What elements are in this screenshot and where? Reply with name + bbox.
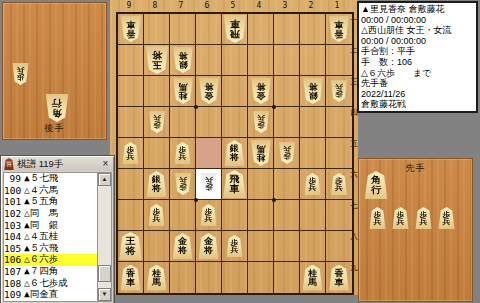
board-cell-3-8[interactable] [274,231,300,262]
info-line: 倉敷藤花戦 [361,99,474,110]
board-cell-3-4[interactable] [274,107,300,138]
board-cell-9-5[interactable]: 歩兵 [118,138,144,169]
info-line: 2022/11/26 [361,89,474,100]
board-cell-6-7[interactable]: 歩兵 [196,200,222,231]
move-number: 108 [4,278,21,289]
piece-kanji: 車 [335,20,344,29]
scroll-down-icon[interactable]: ▼ [98,288,111,301]
sente-pawn-piece[interactable]: 歩兵 [304,173,321,195]
board-cell-6-8[interactable]: 金将 [196,231,222,262]
board-cell-5-7[interactable] [222,200,248,231]
board-cell-8-9[interactable]: 桂馬 [144,262,170,293]
board-cell-9-1[interactable]: 香車 [118,14,144,45]
hand-pawn-piece[interactable]: 歩兵 [438,207,455,229]
board-cell-4-3[interactable]: 金将 [248,76,274,107]
sente-pawn-piece[interactable]: 歩兵 [226,235,243,257]
sente-knight-piece[interactable]: 桂馬 [302,265,323,291]
gote-gold-piece[interactable]: 金将 [198,78,219,104]
move-list-scrollbar[interactable]: ▲ ▼ [97,172,112,302]
board-cell-8-6[interactable]: 銀将 [144,169,170,200]
board-cell-2-3[interactable]: 銀将 [300,76,326,107]
file-label: 4 [246,0,272,11]
board-cell-1-5[interactable] [326,138,352,169]
board-cell-1-1[interactable]: 香車 [326,14,352,45]
gote-pawn-piece[interactable]: 歩兵 [200,173,217,195]
board-cell-9-9[interactable]: 香車 [118,262,144,293]
hand-pawn-piece[interactable]: 歩兵 [369,207,386,229]
file-coordinate-labels: 987654321 [116,0,350,11]
piece-kanji: 桂 [308,269,317,278]
file-label: 9 [116,0,142,11]
board-grid: 香車飛車香車玉将銀将桂馬金将金将銀将歩兵歩兵歩兵歩兵歩兵銀将桂馬歩兵銀将歩兵歩兵… [116,12,354,295]
board-star-point [272,198,276,202]
piece-kanji: 兵 [397,218,405,225]
board-cell-1-2[interactable] [326,45,352,76]
move-number: 101 [4,196,21,207]
file-label: 3 [272,0,298,11]
shogi-piece-icon: 将 [4,158,14,170]
piece-kanji: 将 [152,50,162,60]
gote-rook-piece[interactable]: 飛車 [223,15,247,43]
board-cell-2-2[interactable] [300,45,326,76]
board-star-point [194,198,198,202]
board-cell-5-9[interactable] [222,262,248,293]
sente-king-piece[interactable]: 王将 [119,232,143,260]
sente-lance-piece[interactable]: 香車 [120,265,141,291]
close-icon[interactable]: × [100,159,111,170]
piece-kanji: 歩 [17,74,25,81]
piece-kanji: 行 [52,98,62,108]
piece-kanji: 兵 [231,246,239,253]
piece-kanji: 金 [256,91,265,100]
hand-bishop-piece[interactable]: 角行 [364,171,388,199]
app-window: 後手 歩兵角行 987654321 一二三四五六七八九 香車飛車香車玉将銀将桂馬… [0,0,480,303]
move-row[interactable]: 103▲同 銀 [4,219,98,231]
move-row[interactable]: 108△６七歩成 [4,277,98,289]
piece-kanji: 香 [335,269,344,278]
board-cell-6-6[interactable]: 歩兵 [196,169,222,200]
piece-kanji: 桂 [152,269,161,278]
board-cell-1-3[interactable]: 歩兵 [326,76,352,107]
board-cell-2-4[interactable] [300,107,326,138]
file-label: 2 [298,0,324,11]
move-text: ▲同金直 [24,288,58,301]
piece-kanji: 香 [126,29,135,38]
board-cell-6-4[interactable] [196,107,222,138]
scrollbar-thumb[interactable] [98,265,111,282]
move-row[interactable]: 104△４五桂 [4,231,98,243]
gote-pawn-piece[interactable]: 歩兵 [331,80,348,102]
piece-kanji: 車 [126,278,135,287]
gote-pawn-piece[interactable]: 歩兵 [252,111,269,133]
board-cell-3-7[interactable] [274,200,300,231]
piece-kanji: 馬 [152,278,161,287]
info-line: ▲里見香奈 倉敷藤花 [361,4,474,15]
sente-silver-piece[interactable]: 銀将 [146,171,167,197]
board-cell-4-8[interactable] [248,231,274,262]
piece-kanji: 銀 [178,60,187,69]
board-cell-9-2[interactable] [118,45,144,76]
game-info-panel: ▲里見香奈 倉敷藤花00:00 / 00:00:00△西山朋佳 女王・女流00:… [357,1,478,113]
board-cell-5-4[interactable] [222,107,248,138]
sente-gold-piece[interactable]: 金将 [198,233,219,259]
piece-kanji: 将 [126,246,136,256]
move-row[interactable]: 99▲５七飛 [4,173,98,185]
board-cell-9-8[interactable]: 王将 [118,231,144,262]
move-number: 109 [4,289,21,300]
board-cell-9-3[interactable] [118,76,144,107]
board-cell-4-2[interactable] [248,45,274,76]
board-cell-4-6[interactable] [248,169,274,200]
board-cell-9-6[interactable] [118,169,144,200]
move-row[interactable]: 100△４六馬 [4,185,98,197]
board-cell-2-8[interactable] [300,231,326,262]
board-cell-7-8[interactable]: 金将 [170,231,196,262]
board-cell-2-7[interactable] [300,200,326,231]
piece-kanji: 馬 [308,278,317,287]
hand-bishop-piece[interactable]: 角行 [45,94,69,122]
board-cell-1-7[interactable] [326,200,352,231]
move-number: 102 [4,208,21,219]
board-cell-8-5[interactable] [144,138,170,169]
move-number: 103 [4,220,21,231]
sente-lance-piece[interactable]: 香車 [329,265,350,291]
hand-pawn-piece[interactable]: 歩兵 [392,207,409,229]
move-row[interactable]: 109▲同金直 [4,289,98,301]
file-label: 8 [142,0,168,11]
gote-silver-piece[interactable]: 銀将 [302,78,323,104]
sente-pawn-piece[interactable]: 歩兵 [122,142,139,164]
board-cell-7-6[interactable]: 歩兵 [170,169,196,200]
sente-gold-piece[interactable]: 金将 [172,233,193,259]
sente-pawn-piece[interactable]: 歩兵 [331,173,348,195]
piece-kanji: 馬 [178,82,187,91]
sente-pawn-piece[interactable]: 歩兵 [200,204,217,226]
piece-kanji: 兵 [257,115,265,122]
piece-kanji: 兵 [17,67,25,74]
board-cell-5-1[interactable]: 飛車 [222,14,248,45]
board-cell-3-1[interactable] [274,14,300,45]
piece-kanji: 銀 [308,91,317,100]
piece-kanji: 兵 [283,146,291,153]
board-cell-2-5[interactable] [300,138,326,169]
board-cell-6-2[interactable] [196,45,222,76]
piece-kanji: 将 [308,82,317,91]
piece-kanji: 将 [204,82,213,91]
shogi-board: 987654321 一二三四五六七八九 香車飛車香車玉将銀将桂馬金将金将銀将歩兵… [110,0,358,295]
piece-kanji: 玉 [152,60,162,70]
piece-kanji: 兵 [309,184,317,191]
board-cell-6-5[interactable] [196,138,222,169]
board-cell-4-9[interactable] [248,262,274,293]
piece-kanji: 兵 [153,215,161,222]
piece-kanji: 兵 [335,184,343,191]
piece-kanji: 香 [335,29,344,38]
piece-kanji: 桂 [256,153,265,162]
info-line: 手合割：平手 [361,46,474,57]
move-number: 99 [4,173,21,184]
file-label: 6 [194,0,220,11]
move-row[interactable]: 101▲５五角 [4,196,98,208]
move-number: 106 [4,254,21,265]
piece-kanji: 兵 [420,218,428,225]
move-row-current[interactable]: 106△６六歩 [4,254,98,266]
piece-kanji: 将 [152,184,161,193]
sente-hand-tray: 先手 角行歩兵歩兵歩兵歩兵 [358,158,473,302]
piece-kanji: 将 [178,51,187,60]
board-cell-8-1[interactable] [144,14,170,45]
sente-silver-piece[interactable]: 銀将 [224,140,245,166]
board-cell-7-3[interactable]: 桂馬 [170,76,196,107]
sente-rook-piece[interactable]: 飛車 [223,170,247,198]
board-cell-2-9[interactable]: 桂馬 [300,262,326,293]
board-cell-7-9[interactable] [170,262,196,293]
gote-gold-piece[interactable]: 金将 [250,78,271,104]
file-label: 5 [220,0,246,11]
board-cell-9-4[interactable] [118,107,144,138]
info-line: △西山朋佳 女王・女流 [361,25,474,36]
piece-kanji: 歩 [335,91,343,98]
gote-silver-piece[interactable]: 銀将 [172,47,193,73]
board-cell-8-4[interactable]: 歩兵 [144,107,170,138]
board-cell-7-5[interactable]: 歩兵 [170,138,196,169]
piece-kanji: 歩 [205,184,213,191]
piece-kanji: 車 [230,184,240,194]
sente-pawn-piece[interactable]: 歩兵 [148,204,165,226]
board-cell-3-5[interactable]: 歩兵 [274,138,300,169]
move-number: 104 [4,231,21,242]
board-cell-7-4[interactable] [170,107,196,138]
board-cell-1-8[interactable] [326,231,352,262]
move-number: 100 [4,185,21,196]
board-cell-2-6[interactable]: 歩兵 [300,169,326,200]
board-cell-2-1[interactable] [300,14,326,45]
kifu-window-titlebar[interactable]: 将 棋譜 119手 × [2,157,113,171]
board-cell-8-7[interactable]: 歩兵 [144,200,170,231]
board-cell-3-3[interactable] [274,76,300,107]
board-cell-7-1[interactable] [170,14,196,45]
piece-kanji: 将 [204,246,213,255]
board-cell-4-1[interactable] [248,14,274,45]
piece-kanji: 兵 [179,177,187,184]
board-cell-5-2[interactable] [222,45,248,76]
hand-pawn-piece[interactable]: 歩兵 [415,207,432,229]
kifu-window: 将 棋譜 119手 × 99▲５七飛100△４六馬101▲５五角102△同 馬1… [0,155,115,303]
gote-knight-piece[interactable]: 桂馬 [172,78,193,104]
board-cell-4-4[interactable]: 歩兵 [248,107,274,138]
piece-kanji: 将 [230,153,239,162]
info-line: △６六歩 まで [361,68,474,79]
piece-kanji: 金 [204,91,213,100]
move-row[interactable]: 102△同 馬 [4,208,98,220]
piece-kanji: 歩 [179,184,187,191]
gote-pawn-piece[interactable]: 歩兵 [278,142,295,164]
info-line: 00:00 / 00:00:00 [361,36,474,47]
piece-kanji: 行 [371,185,381,195]
piece-kanji: 車 [335,278,344,287]
info-line: 00:00 / 00:00:00 [361,15,474,26]
move-list[interactable]: 99▲５七飛100△４六馬101▲５五角102△同 馬103▲同 銀104△４五… [3,172,99,302]
piece-kanji: 飛 [230,29,240,39]
board-cell-6-1[interactable] [196,14,222,45]
board-cell-1-6[interactable]: 歩兵 [326,169,352,200]
info-line: 先手番 [361,78,474,89]
piece-kanji: 歩 [283,153,291,160]
piece-kanji: 兵 [443,218,451,225]
piece-kanji: 歩 [257,122,265,129]
piece-kanji: 車 [230,19,240,29]
piece-kanji: 兵 [205,177,213,184]
board-cell-6-3[interactable]: 金将 [196,76,222,107]
scroll-up-icon[interactable]: ▲ [98,173,111,186]
board-cell-7-2[interactable]: 銀将 [170,45,196,76]
piece-kanji: 馬 [256,144,265,153]
piece-kanji: 兵 [179,153,187,160]
board-cell-3-2[interactable] [274,45,300,76]
gote-lance-piece[interactable]: 香車 [120,16,141,42]
board-star-point [272,105,276,109]
file-label: 7 [168,0,194,11]
board-cell-3-6[interactable] [274,169,300,200]
board-cell-5-8[interactable]: 歩兵 [222,231,248,262]
sente-knight-piece[interactable]: 桂馬 [146,265,167,291]
gote-lance-piece[interactable]: 香車 [329,16,350,42]
move-row[interactable]: 105▲５六飛 [4,243,98,255]
piece-kanji: 桂 [178,91,187,100]
hand-pawn-piece[interactable]: 歩兵 [12,63,29,85]
board-cell-4-5[interactable]: 桂馬 [248,138,274,169]
move-number: 105 [4,243,21,254]
piece-kanji: 香 [126,269,135,278]
piece-kanji: 兵 [335,84,343,91]
kifu-window-title: 棋譜 119手 [17,158,100,171]
gote-king-piece[interactable]: 玉将 [145,46,169,74]
piece-kanji: 兵 [127,153,135,160]
board-cell-7-7[interactable] [170,200,196,231]
board-cell-8-2[interactable]: 玉将 [144,45,170,76]
piece-kanji: 車 [126,20,135,29]
piece-kanji: 将 [178,246,187,255]
file-label: 1 [324,0,350,11]
piece-kanji: 兵 [205,215,213,222]
gote-hand-tray: 後手 歩兵角行 [2,2,107,140]
board-cell-1-9[interactable]: 香車 [326,262,352,293]
board-cell-6-9[interactable] [196,262,222,293]
piece-kanji: 兵 [153,115,161,122]
move-row[interactable]: 107▲７四角 [4,266,98,278]
board-cell-9-7[interactable] [118,200,144,231]
move-number: 107 [4,266,21,277]
board-cell-8-3[interactable] [144,76,170,107]
piece-kanji: 兵 [374,218,382,225]
gote-pawn-piece[interactable]: 歩兵 [174,173,191,195]
board-cell-8-8[interactable] [144,231,170,262]
gote-knight-piece[interactable]: 桂馬 [250,140,271,166]
board-cell-5-6[interactable]: 飛車 [222,169,248,200]
piece-kanji: 歩 [153,122,161,129]
board-cell-5-3[interactable] [222,76,248,107]
info-line: 手 数：106 [361,57,474,68]
piece-kanji: 将 [256,82,265,91]
board-cell-4-7[interactable] [248,200,274,231]
board-cell-5-5[interactable]: 銀将 [222,138,248,169]
gote-pawn-piece[interactable]: 歩兵 [148,111,165,133]
board-star-point [194,105,198,109]
piece-kanji: 角 [52,108,62,118]
board-cell-3-9[interactable] [274,262,300,293]
board-cell-1-4[interactable] [326,107,352,138]
sente-pawn-piece[interactable]: 歩兵 [174,142,191,164]
gote-tray-label: 後手 [3,122,106,135]
